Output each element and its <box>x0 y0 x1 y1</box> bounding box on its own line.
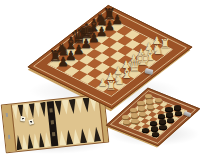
product-photo: ♜♞♝♛♚♝♞♜♟♟♟♟♟♟♟♟♟♟♟♟♟♟♟♟♜♞♝♛♚♝♞♜ <box>0 0 200 155</box>
checkers-clasp <box>184 111 192 117</box>
metal-clasps <box>0 0 200 155</box>
chess-clasp <box>145 68 154 75</box>
